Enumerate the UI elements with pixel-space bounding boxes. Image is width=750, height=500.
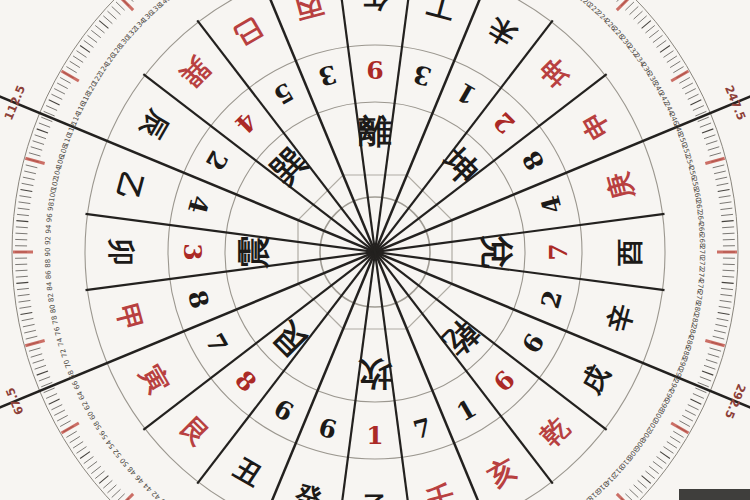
corner-dark-bar: [679, 489, 750, 500]
degree-label-92: 92: [44, 236, 52, 245]
mountain-zi: 子: [361, 491, 389, 500]
degree-label-94: 94: [44, 224, 53, 234]
star-number-zi: 1: [366, 421, 383, 450]
degree-label-96: 96: [45, 212, 54, 222]
trigram-kan: 坎: [358, 355, 394, 394]
degree-label-84: 84: [45, 281, 54, 291]
mountain-wu: 午: [362, 0, 390, 14]
star-number-mao: 3: [178, 243, 207, 260]
mountain-mao: 卯: [106, 238, 137, 266]
degree-label-86: 86: [44, 270, 53, 280]
degree-label-82: 82: [47, 293, 56, 303]
luopan-compass: 坎艮震巽離坤兌乾 166878342453931284726617 子癸丑艮寅甲…: [0, 0, 750, 500]
degree-label-88: 88: [44, 259, 52, 268]
trigram-dui: 兌: [478, 235, 517, 269]
mountain-you: 酉: [614, 239, 645, 267]
trigram-zhen: 震: [234, 236, 273, 270]
star-number-you: 7: [544, 243, 573, 260]
trigram-li: 離: [358, 111, 392, 150]
star-number-wu: 9: [366, 55, 383, 84]
degree-label-90: 90: [44, 248, 52, 257]
degree-label-80: 80: [48, 304, 57, 314]
luopan-compass-image: 坎艮震巽離坤兌乾 166878342453931284726617 子癸丑艮寅甲…: [0, 0, 750, 500]
